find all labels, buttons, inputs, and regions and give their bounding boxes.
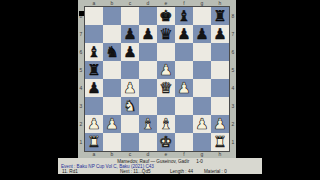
square-f1[interactable]: [175, 133, 193, 151]
white-pawn[interactable]: ♟: [177, 79, 190, 97]
square-f7[interactable]: ♟: [175, 25, 193, 43]
square-h2[interactable]: ♟: [211, 115, 229, 133]
square-c5[interactable]: [121, 61, 139, 79]
square-c2[interactable]: [121, 115, 139, 133]
square-g4[interactable]: [193, 79, 211, 97]
black-bishop[interactable]: ♝: [177, 7, 190, 25]
rank-label-7: 7: [230, 25, 236, 43]
square-d4[interactable]: [139, 79, 157, 97]
white-pawn[interactable]: ♟: [159, 61, 172, 79]
black-pawn[interactable]: ♟: [213, 25, 226, 43]
square-a1[interactable]: ♜: [85, 133, 103, 151]
square-b8[interactable]: [103, 7, 121, 25]
square-e6[interactable]: [157, 43, 175, 61]
white-knight[interactable]: ♞: [123, 97, 136, 115]
square-c8[interactable]: [121, 7, 139, 25]
black-rook[interactable]: ♜: [213, 7, 226, 25]
square-d2[interactable]: ♝: [139, 115, 157, 133]
square-a3[interactable]: [85, 97, 103, 115]
square-g8[interactable]: [193, 7, 211, 25]
square-b1[interactable]: [103, 133, 121, 151]
square-h7[interactable]: ♟: [211, 25, 229, 43]
square-e3[interactable]: [157, 97, 175, 115]
square-g7[interactable]: ♟: [193, 25, 211, 43]
black-to-move-indicator: [79, 11, 84, 16]
rank-label-5: 5: [230, 61, 236, 79]
white-bishop[interactable]: ♝: [159, 115, 172, 133]
square-c1[interactable]: [121, 133, 139, 151]
black-pawn[interactable]: ♟: [177, 25, 190, 43]
black-king[interactable]: ♚: [159, 7, 172, 25]
square-c6[interactable]: ♟: [121, 43, 139, 61]
black-bishop[interactable]: ♝: [87, 43, 100, 61]
square-h5[interactable]: [211, 61, 229, 79]
black-queen[interactable]: ♛: [159, 25, 172, 43]
square-a4[interactable]: ♟: [85, 79, 103, 97]
board: ♚♝♜♟♟♛♟♟♟♝♞♟♜♟♟♟♛♟♞♟♟♝♝♟♟♜♚♜: [84, 6, 230, 152]
square-e1[interactable]: ♚: [157, 133, 175, 151]
square-c4[interactable]: ♟: [121, 79, 139, 97]
square-a7[interactable]: [85, 25, 103, 43]
game-length: Length : 44: [170, 169, 193, 174]
square-a8[interactable]: [85, 7, 103, 25]
rank-labels-right: 87654321: [230, 7, 236, 151]
black-rook[interactable]: ♜: [87, 61, 100, 79]
square-h4[interactable]: [211, 79, 229, 97]
square-c7[interactable]: ♟: [121, 25, 139, 43]
square-g6[interactable]: [193, 43, 211, 61]
square-d1[interactable]: [139, 133, 157, 151]
square-b3[interactable]: [103, 97, 121, 115]
square-f3[interactable]: [175, 97, 193, 115]
rank-label-8: 8: [230, 7, 236, 25]
square-d5[interactable]: [139, 61, 157, 79]
black-pawn[interactable]: ♟: [123, 43, 136, 61]
square-g2[interactable]: ♟: [193, 115, 211, 133]
square-e2[interactable]: ♝: [157, 115, 175, 133]
white-rook[interactable]: ♜: [87, 133, 100, 151]
white-pawn[interactable]: ♟: [195, 115, 208, 133]
square-b7[interactable]: [103, 25, 121, 43]
material-balance: Material : 0: [204, 169, 227, 174]
square-f6[interactable]: [175, 43, 193, 61]
square-a2[interactable]: ♟: [85, 115, 103, 133]
rank-label-6: 6: [230, 43, 236, 61]
caption-bar: Mamedov, Rauf — Guseinov, Gadir1-0 Event…: [58, 158, 262, 174]
next-move: Next : 11...Qd5: [120, 169, 151, 174]
square-a6[interactable]: ♝: [85, 43, 103, 61]
move-info-line: 11. Rd1 Next : 11...Qd5 Length : 44 Mate…: [58, 169, 262, 174]
square-f8[interactable]: ♝: [175, 7, 193, 25]
square-g5[interactable]: [193, 61, 211, 79]
rank-label-1: 1: [230, 133, 236, 151]
square-f5[interactable]: [175, 61, 193, 79]
square-g3[interactable]: [193, 97, 211, 115]
current-move: 11. Rd1: [62, 169, 78, 174]
square-d6[interactable]: [139, 43, 157, 61]
rank-label-2: 2: [230, 115, 236, 133]
white-king[interactable]: ♚: [159, 133, 172, 151]
square-d3[interactable]: [139, 97, 157, 115]
square-b2[interactable]: ♟: [103, 115, 121, 133]
black-pawn[interactable]: ♟: [123, 25, 136, 43]
square-h3[interactable]: [211, 97, 229, 115]
white-queen[interactable]: ♛: [159, 79, 172, 97]
white-rook[interactable]: ♜: [213, 133, 226, 151]
square-c3[interactable]: ♞: [121, 97, 139, 115]
board-frame: abcdefgh abcdefgh 87654321 87654321 ♚♝♜♟…: [78, 0, 236, 158]
white-pawn[interactable]: ♟: [213, 115, 226, 133]
rank-label-3: 3: [230, 97, 236, 115]
square-a5[interactable]: ♜: [85, 61, 103, 79]
white-pawn[interactable]: ♟: [87, 115, 100, 133]
square-d7[interactable]: ♟: [139, 25, 157, 43]
white-pawn[interactable]: ♟: [123, 79, 136, 97]
square-b5[interactable]: [103, 61, 121, 79]
square-h6[interactable]: [211, 43, 229, 61]
rank-label-4: 4: [230, 79, 236, 97]
white-pawn[interactable]: ♟: [105, 115, 118, 133]
square-b6[interactable]: ♞: [103, 43, 121, 61]
square-h8[interactable]: ♜: [211, 7, 229, 25]
black-knight[interactable]: ♞: [105, 43, 118, 61]
square-g1[interactable]: [193, 133, 211, 151]
square-e5[interactable]: ♟: [157, 61, 175, 79]
square-f4[interactable]: ♟: [175, 79, 193, 97]
black-pawn[interactable]: ♟: [195, 25, 208, 43]
square-h1[interactable]: ♜: [211, 133, 229, 151]
square-f2[interactable]: [175, 115, 193, 133]
square-d8[interactable]: [139, 7, 157, 25]
video-frame: abcdefgh abcdefgh 87654321 87654321 ♚♝♜♟…: [0, 0, 320, 180]
square-b4[interactable]: [103, 79, 121, 97]
square-e4[interactable]: ♛: [157, 79, 175, 97]
square-e7[interactable]: ♛: [157, 25, 175, 43]
square-e8[interactable]: ♚: [157, 7, 175, 25]
white-bishop[interactable]: ♝: [141, 115, 154, 133]
black-pawn[interactable]: ♟: [87, 79, 100, 97]
black-pawn[interactable]: ♟: [141, 25, 154, 43]
